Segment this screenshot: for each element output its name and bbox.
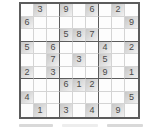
cell-r4c5[interactable] [73,42,86,55]
cell-r3c7[interactable] [99,29,112,42]
cell-r5c3: 7 [47,54,60,67]
cell-r9c2: 1 [34,104,47,117]
cell-r7c6: 2 [86,79,99,92]
cell-r6c9: 1 [125,67,138,80]
cell-r5c9[interactable] [125,54,138,67]
cell-r3c1[interactable] [21,29,34,42]
cell-r2c1: 6 [21,17,34,30]
cell-r6c2[interactable] [34,67,47,80]
cell-r7c1[interactable] [21,79,34,92]
sudoku-board: 39626958756427352391612451349 [19,2,140,119]
cell-r7c9[interactable] [125,79,138,92]
cell-r1c3[interactable] [47,4,60,17]
cell-r5c5: 3 [73,54,86,67]
cell-r3c5: 8 [73,29,86,42]
cell-r4c4[interactable] [60,42,73,55]
cell-r2c4[interactable] [60,17,73,30]
cell-r1c5[interactable] [73,4,86,17]
cell-r9c1[interactable] [21,104,34,117]
cell-r8c3[interactable] [47,92,60,105]
cell-r3c8[interactable] [112,29,125,42]
cell-r2c9: 9 [125,17,138,30]
cell-r5c2[interactable] [34,54,47,67]
cell-r9c9[interactable] [125,104,138,117]
cell-r9c3[interactable] [47,104,60,117]
bottom-button-stub-3[interactable] [107,124,143,127]
cell-r4c7: 4 [99,42,112,55]
cell-r3c2[interactable] [34,29,47,42]
cell-r3c6: 7 [86,29,99,42]
cell-r6c6[interactable] [86,67,99,80]
cell-r4c3: 6 [47,42,60,55]
cell-r7c7[interactable] [99,79,112,92]
cell-r2c2[interactable] [34,17,47,30]
cell-r1c6: 6 [86,4,99,17]
cell-r1c1[interactable] [21,4,34,17]
cell-r6c5[interactable] [73,67,86,80]
bottom-button-stub-2[interactable] [62,124,98,127]
bottom-button-stub-1[interactable] [19,124,53,127]
cell-r9c4: 3 [60,104,73,117]
cell-r5c4[interactable] [60,54,73,67]
cell-r7c2[interactable] [34,79,47,92]
cell-r1c8: 2 [112,4,125,17]
cell-r6c4[interactable] [60,67,73,80]
cell-r5c1[interactable] [21,54,34,67]
cell-r1c7[interactable] [99,4,112,17]
cell-r7c4: 6 [60,79,73,92]
cell-r6c1: 2 [21,67,34,80]
cell-r2c3[interactable] [47,17,60,30]
cell-r2c5[interactable] [73,17,86,30]
cell-r9c8: 9 [112,104,125,117]
cell-r8c7[interactable] [99,92,112,105]
cell-r3c3[interactable] [47,29,60,42]
cell-r3c9[interactable] [125,29,138,42]
cell-r7c5: 1 [73,79,86,92]
cell-r2c7[interactable] [99,17,112,30]
cell-r9c7[interactable] [99,104,112,117]
cell-r8c6[interactable] [86,92,99,105]
cell-r1c9[interactable] [125,4,138,17]
cell-r6c3: 3 [47,67,60,80]
cell-r8c9: 5 [125,92,138,105]
cell-r9c5[interactable] [73,104,86,117]
cell-r6c7: 9 [99,67,112,80]
cell-r8c8[interactable] [112,92,125,105]
cell-r6c8[interactable] [112,67,125,80]
cell-r8c5[interactable] [73,92,86,105]
cell-r1c4: 9 [60,4,73,17]
cell-r7c8[interactable] [112,79,125,92]
sudoku-page: 39626958756427352391612451349 [0,0,160,129]
cell-r3c4: 5 [60,29,73,42]
cell-r8c4[interactable] [60,92,73,105]
cell-r5c7: 5 [99,54,112,67]
cell-r4c9: 2 [125,42,138,55]
cell-r8c2[interactable] [34,92,47,105]
cell-r2c8[interactable] [112,17,125,30]
cell-r2c6[interactable] [86,17,99,30]
cell-r5c8[interactable] [112,54,125,67]
cell-r1c2: 3 [34,4,47,17]
cell-r5c6[interactable] [86,54,99,67]
cell-r7c3[interactable] [47,79,60,92]
cell-r4c6[interactable] [86,42,99,55]
cell-r4c8[interactable] [112,42,125,55]
cell-r4c1: 5 [21,42,34,55]
cell-r9c6: 4 [86,104,99,117]
cell-r4c2[interactable] [34,42,47,55]
cell-r8c1: 4 [21,92,34,105]
